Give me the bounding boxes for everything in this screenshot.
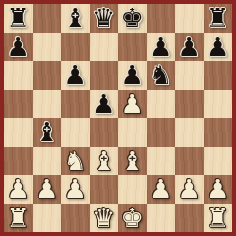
white-queen-icon[interactable]: ♛ — [92, 205, 115, 231]
square-h3[interactable] — [204, 147, 233, 176]
square-g5[interactable] — [175, 90, 204, 119]
black-queen-icon[interactable]: ♛ — [92, 5, 115, 31]
black-pawn-icon[interactable]: ♟ — [206, 34, 229, 60]
square-e6[interactable]: ♟ — [118, 61, 147, 90]
square-h8[interactable]: ♜ — [204, 4, 233, 33]
white-bishop-icon[interactable]: ♝ — [121, 148, 144, 174]
black-pawn-icon[interactable]: ♟ — [64, 62, 87, 88]
square-e7[interactable] — [118, 33, 147, 62]
square-b4[interactable]: ♝ — [33, 118, 62, 147]
black-rook-icon[interactable]: ♜ — [206, 5, 229, 31]
square-d6[interactable] — [90, 61, 119, 90]
square-c3[interactable]: ♞ — [61, 147, 90, 176]
square-b6[interactable] — [33, 61, 62, 90]
square-f7[interactable]: ♟ — [147, 33, 176, 62]
square-b8[interactable] — [33, 4, 62, 33]
square-h5[interactable] — [204, 90, 233, 119]
white-rook-icon[interactable]: ♜ — [206, 205, 229, 231]
square-c1[interactable] — [61, 204, 90, 233]
white-bishop-icon[interactable]: ♝ — [92, 148, 115, 174]
black-pawn-icon[interactable]: ♟ — [149, 34, 172, 60]
square-d3[interactable]: ♝ — [90, 147, 119, 176]
square-f8[interactable] — [147, 4, 176, 33]
black-bishop-icon[interactable]: ♝ — [64, 5, 87, 31]
square-f2[interactable]: ♟ — [147, 175, 176, 204]
square-f5[interactable] — [147, 90, 176, 119]
square-b3[interactable] — [33, 147, 62, 176]
square-a2[interactable]: ♟ — [4, 175, 33, 204]
square-f3[interactable] — [147, 147, 176, 176]
square-f4[interactable] — [147, 118, 176, 147]
square-g7[interactable]: ♟ — [175, 33, 204, 62]
white-pawn-icon[interactable]: ♟ — [35, 176, 58, 202]
square-e1[interactable]: ♚ — [118, 204, 147, 233]
square-e8[interactable]: ♚ — [118, 4, 147, 33]
square-a6[interactable] — [4, 61, 33, 90]
white-pawn-icon[interactable]: ♟ — [7, 176, 30, 202]
square-d4[interactable] — [90, 118, 119, 147]
square-d1[interactable]: ♛ — [90, 204, 119, 233]
square-c5[interactable] — [61, 90, 90, 119]
square-a7[interactable]: ♟ — [4, 33, 33, 62]
square-a5[interactable] — [4, 90, 33, 119]
white-pawn-icon[interactable]: ♟ — [149, 176, 172, 202]
square-e2[interactable] — [118, 175, 147, 204]
square-a4[interactable] — [4, 118, 33, 147]
square-f1[interactable] — [147, 204, 176, 233]
square-d7[interactable] — [90, 33, 119, 62]
white-pawn-icon[interactable]: ♟ — [206, 176, 229, 202]
square-e4[interactable] — [118, 118, 147, 147]
black-pawn-icon[interactable]: ♟ — [7, 34, 30, 60]
square-c2[interactable]: ♟ — [61, 175, 90, 204]
square-h2[interactable]: ♟ — [204, 175, 233, 204]
white-rook-icon[interactable]: ♜ — [7, 205, 30, 231]
black-pawn-icon[interactable]: ♟ — [178, 34, 201, 60]
chess-board: ♜♝♛♚♜♟♟♟♟♟♟♞♟♟♝♞♝♝♟♟♟♟♟♟♜♛♚♜ — [4, 4, 232, 232]
black-bishop-icon[interactable]: ♝ — [35, 119, 58, 145]
square-c7[interactable] — [61, 33, 90, 62]
square-c4[interactable] — [61, 118, 90, 147]
square-a8[interactable]: ♜ — [4, 4, 33, 33]
square-b7[interactable] — [33, 33, 62, 62]
square-a3[interactable] — [4, 147, 33, 176]
square-e3[interactable]: ♝ — [118, 147, 147, 176]
black-rook-icon[interactable]: ♜ — [7, 5, 30, 31]
white-pawn-icon[interactable]: ♟ — [64, 176, 87, 202]
square-f6[interactable]: ♞ — [147, 61, 176, 90]
square-c6[interactable]: ♟ — [61, 61, 90, 90]
black-pawn-icon[interactable]: ♟ — [121, 62, 144, 88]
square-g3[interactable] — [175, 147, 204, 176]
square-b5[interactable] — [33, 90, 62, 119]
white-king-icon[interactable]: ♚ — [121, 205, 144, 231]
square-a1[interactable]: ♜ — [4, 204, 33, 233]
square-h6[interactable] — [204, 61, 233, 90]
square-g2[interactable]: ♟ — [175, 175, 204, 204]
square-b1[interactable] — [33, 204, 62, 233]
square-g4[interactable] — [175, 118, 204, 147]
square-c8[interactable]: ♝ — [61, 4, 90, 33]
square-h1[interactable]: ♜ — [204, 204, 233, 233]
square-e5[interactable]: ♟ — [118, 90, 147, 119]
square-g1[interactable] — [175, 204, 204, 233]
square-d2[interactable] — [90, 175, 119, 204]
square-b2[interactable]: ♟ — [33, 175, 62, 204]
board-frame: ♜♝♛♚♜♟♟♟♟♟♟♞♟♟♝♞♝♝♟♟♟♟♟♟♜♛♚♜ — [0, 0, 236, 236]
black-pawn-icon[interactable]: ♟ — [92, 91, 115, 117]
square-h4[interactable] — [204, 118, 233, 147]
white-pawn-icon[interactable]: ♟ — [178, 176, 201, 202]
white-knight-icon[interactable]: ♞ — [64, 148, 87, 174]
square-g6[interactable] — [175, 61, 204, 90]
square-d5[interactable]: ♟ — [90, 90, 119, 119]
square-g8[interactable] — [175, 4, 204, 33]
square-h7[interactable]: ♟ — [204, 33, 233, 62]
black-king-icon[interactable]: ♚ — [121, 5, 144, 31]
white-pawn-icon[interactable]: ♟ — [121, 91, 144, 117]
square-d8[interactable]: ♛ — [90, 4, 119, 33]
black-knight-icon[interactable]: ♞ — [149, 62, 172, 88]
